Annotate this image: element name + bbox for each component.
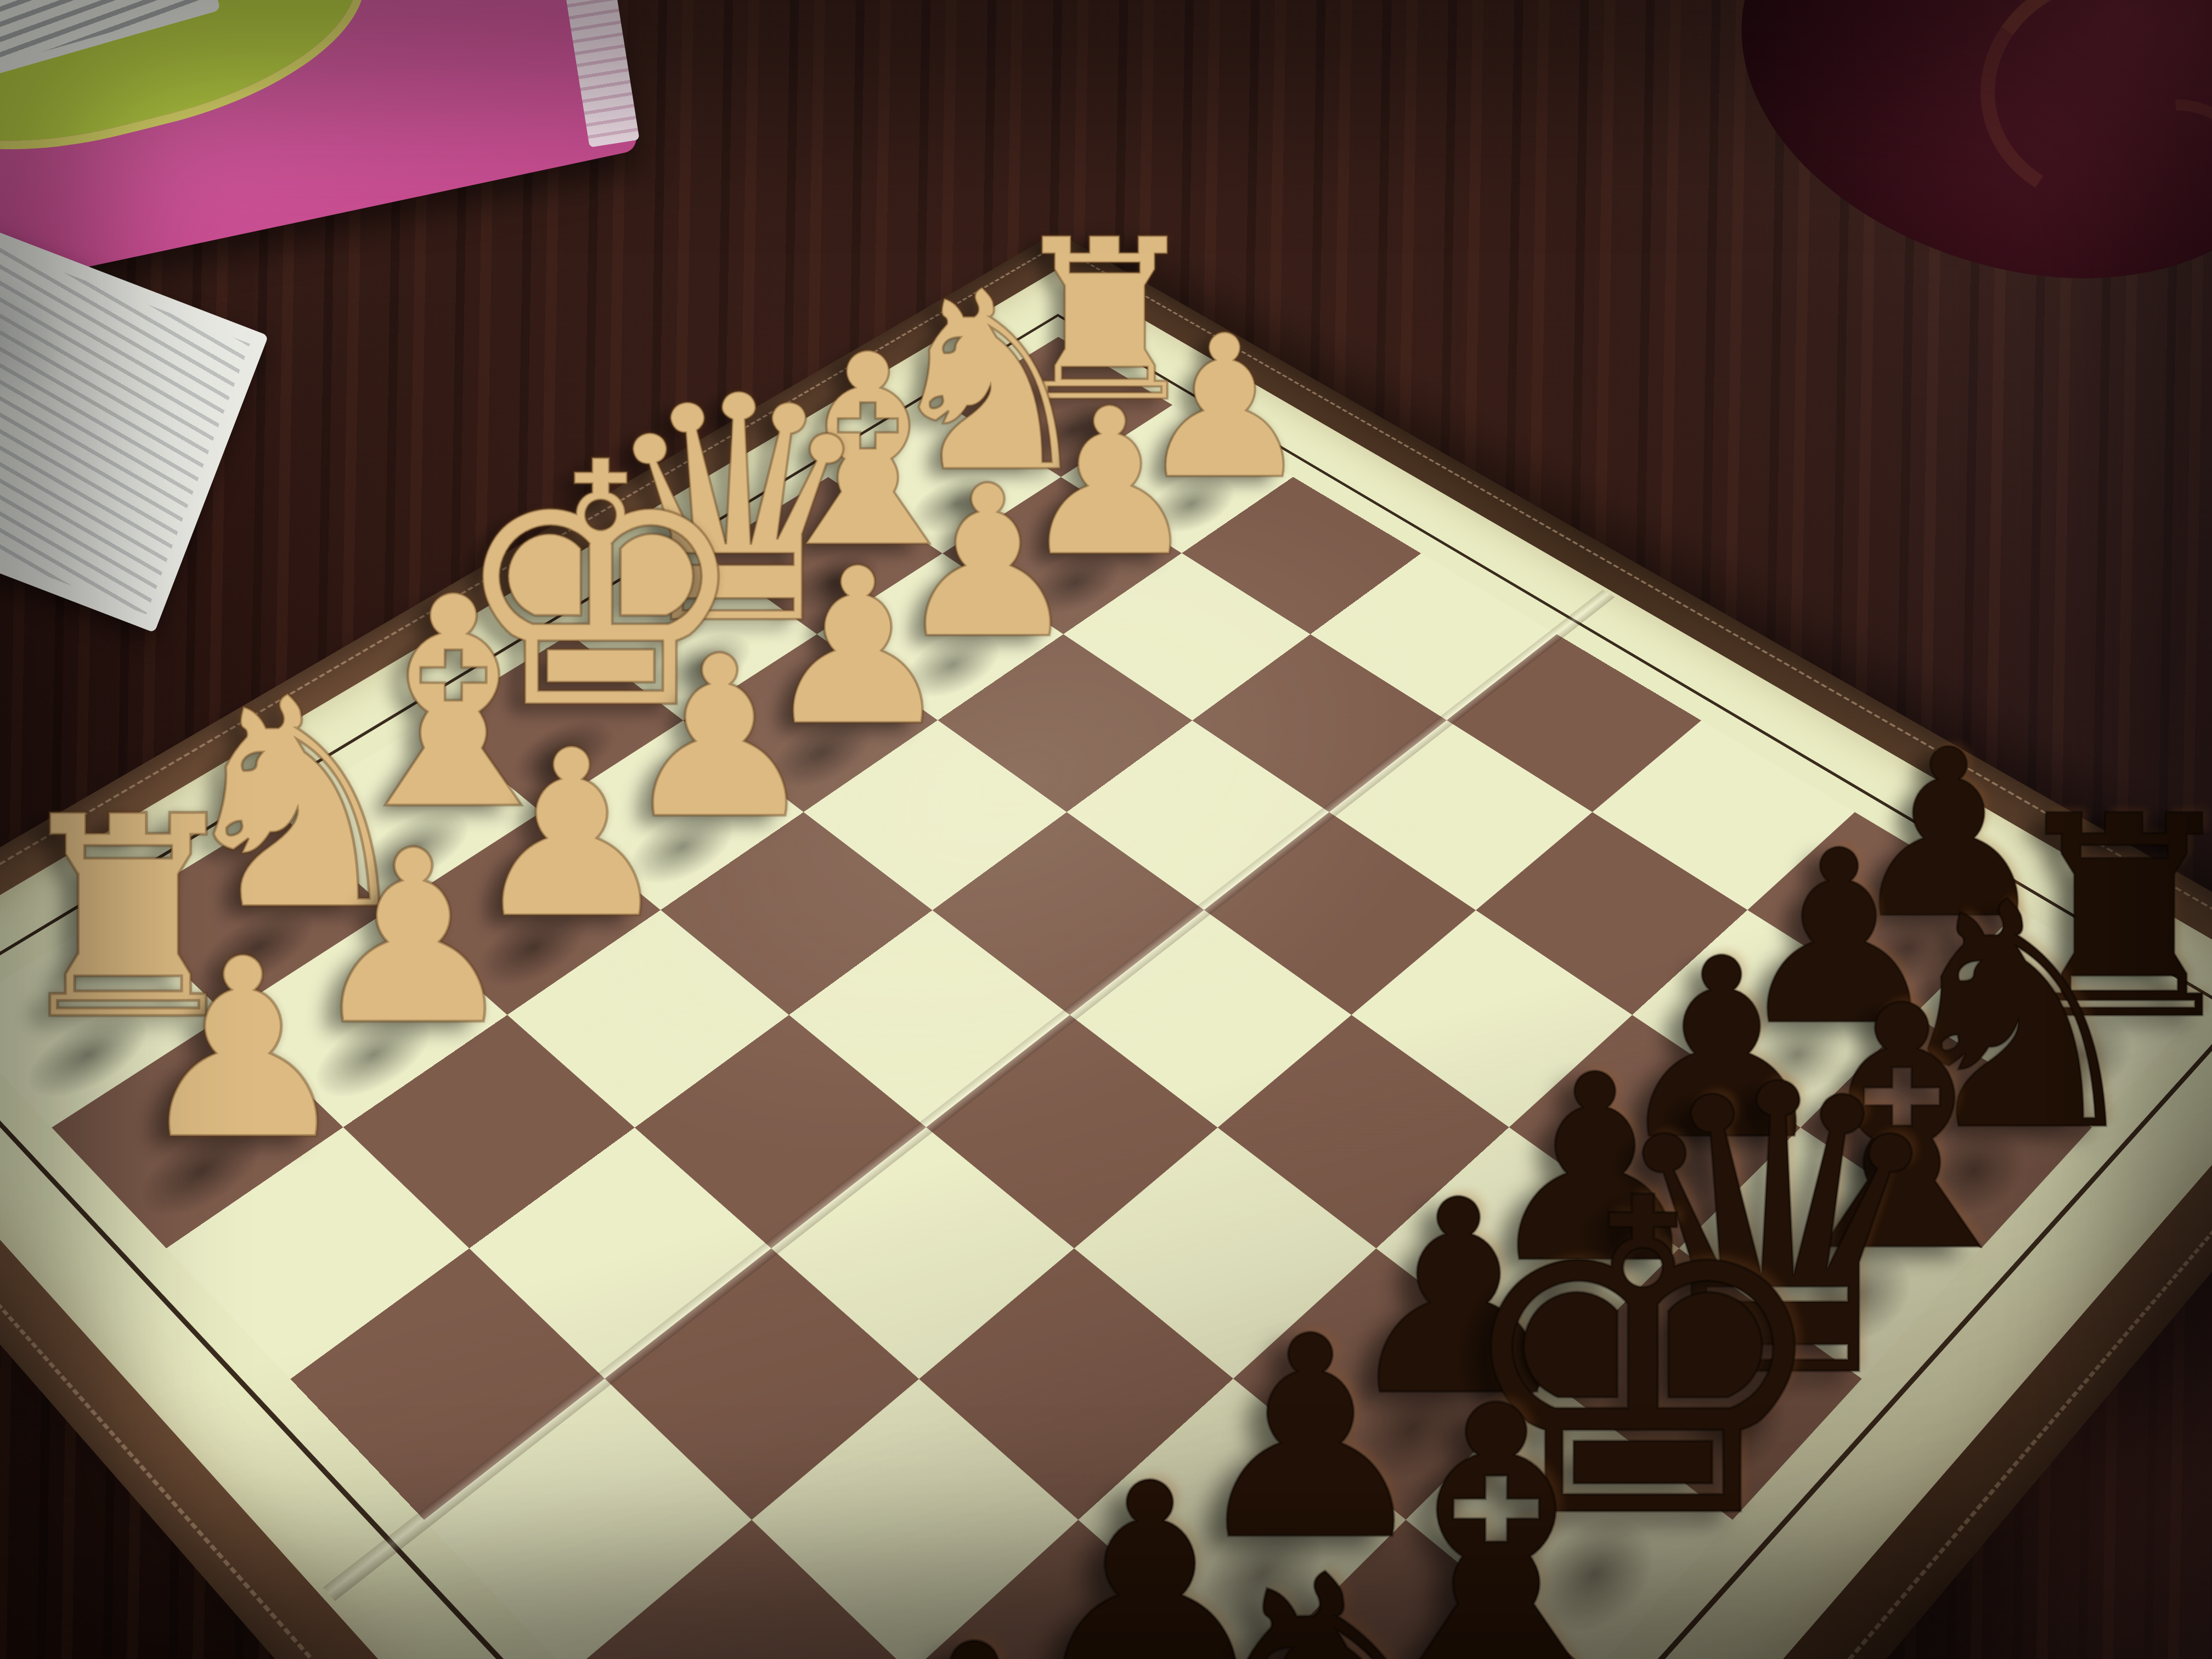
photo-scene: ♜♞♝♚♛♝♞♜♟♟♟♟♟♟♟♟♟♟♟♟♟♟♟♟♜♞♝♚♛♝♞♜: [0, 0, 2212, 1659]
chess-board: ♜♞♝♚♛♝♞♜♟♟♟♟♟♟♟♟♟♟♟♟♟♟♟♟♜♞♝♚♛♝♞♜: [0, 232, 2212, 1659]
black-knight-glyph: ♞: [1166, 1527, 1508, 1659]
white-pawn-glyph: ♟: [132, 926, 354, 1173]
board-perspective-wrapper: ♜♞♝♚♛♝♞♜♟♟♟♟♟♟♟♟♟♟♟♟♟♟♟♟♜♞♝♚♛♝♞♜: [0, 0, 2212, 1659]
black-pawn-glyph: ♟: [838, 1605, 1110, 1659]
